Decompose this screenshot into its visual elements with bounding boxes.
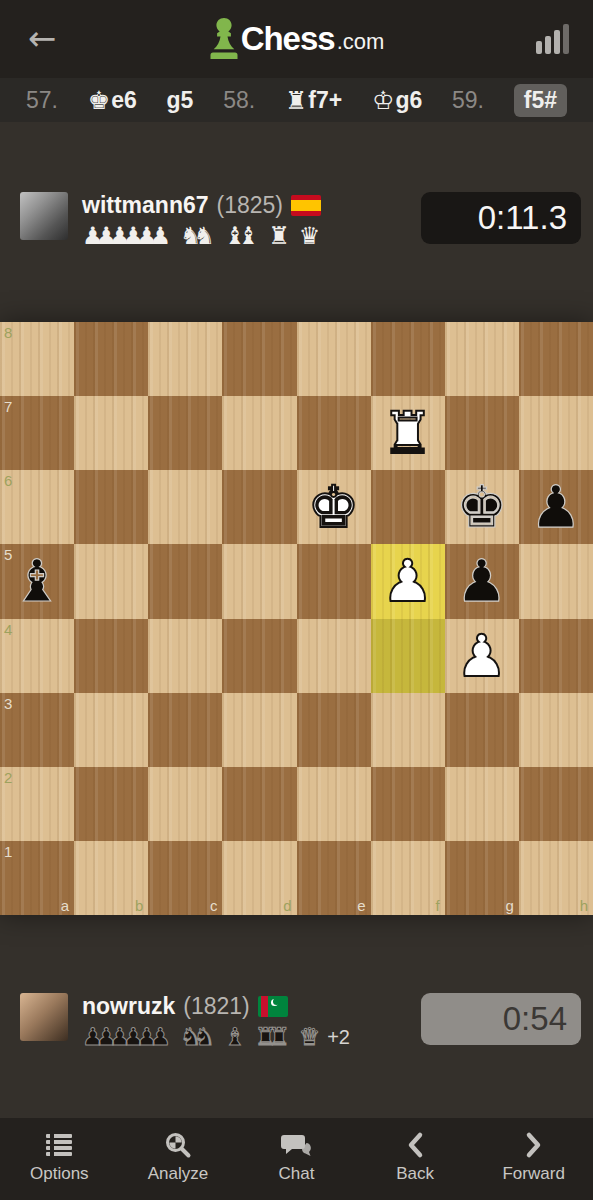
square-h5[interactable]: [519, 544, 593, 618]
piece-black-king-g6[interactable]: ♚: [456, 470, 508, 544]
rank-label-6: 6: [4, 472, 12, 489]
file-label-g: g: [506, 897, 514, 914]
square-d2[interactable]: [222, 767, 296, 841]
material-score: +2: [327, 1024, 350, 1050]
square-e3[interactable]: [297, 693, 371, 767]
move-item-f5[interactable]: f5#: [514, 84, 567, 117]
square-c3[interactable]: [148, 693, 222, 767]
rank-label-4: 4: [4, 621, 12, 638]
square-c7[interactable]: [148, 396, 222, 470]
rank-label-7: 7: [4, 398, 12, 415]
player-section-black: wittmann67 (1825) ♟♟♟♟♟♟♞♞♝♝♜♛ 0:11.3: [0, 122, 593, 322]
rank-label-8: 8: [4, 324, 12, 341]
square-f5[interactable]: ♟: [371, 544, 445, 618]
square-b2[interactable]: [74, 767, 148, 841]
move-item-e6[interactable]: ♚e6: [88, 86, 137, 115]
move-list: 57.♚e6g558.♜f7+♔g659.f5#: [0, 78, 593, 122]
square-a1[interactable]: 1a: [0, 841, 74, 915]
square-g7[interactable]: [445, 396, 519, 470]
square-a6[interactable]: 6: [0, 470, 74, 544]
captured-group: ♟♟♟♟♟♟: [82, 1024, 171, 1050]
player-rating-white: (1821): [183, 993, 249, 1020]
piece-white-pawn-g4[interactable]: ♟: [456, 619, 508, 693]
square-a8[interactable]: 8: [0, 322, 74, 396]
square-a5[interactable]: 5♝: [0, 544, 74, 618]
player-avatar-black[interactable]: [20, 192, 68, 240]
file-label-h: h: [580, 897, 588, 914]
square-d5[interactable]: [222, 544, 296, 618]
square-g5[interactable]: ♟: [445, 544, 519, 618]
back-move-button[interactable]: Back: [356, 1118, 475, 1200]
player-avatar-white[interactable]: [20, 993, 68, 1041]
options-label: Options: [30, 1164, 89, 1184]
chevron-right-icon: [525, 1130, 543, 1160]
square-h6[interactable]: ♟: [519, 470, 593, 544]
piece-white-rook-f7[interactable]: ♜: [382, 396, 434, 470]
chess-board: 87♜6♚♚♟5♝♟♟4♟321abcdefgh: [0, 322, 593, 915]
player-name-black[interactable]: wittmann67: [82, 192, 209, 219]
square-h4[interactable]: [519, 619, 593, 693]
square-c2[interactable]: [148, 767, 222, 841]
captured-group: ♞♞: [180, 223, 215, 249]
file-label-d: d: [283, 897, 291, 914]
captured-group: ♜: [268, 223, 290, 249]
square-g3[interactable]: [445, 693, 519, 767]
square-e8[interactable]: [297, 322, 371, 396]
forward-move-button[interactable]: Forward: [474, 1118, 593, 1200]
square-b6[interactable]: [74, 470, 148, 544]
logo-text-chess: Chess: [241, 20, 335, 58]
square-b3[interactable]: [74, 693, 148, 767]
analyze-button[interactable]: Analyze: [119, 1118, 238, 1200]
piece-black-bishop-a5[interactable]: ♝: [11, 544, 63, 618]
captured-group: ♟♟♟♟♟♟: [82, 223, 171, 249]
square-h3[interactable]: [519, 693, 593, 767]
square-d6[interactable]: [222, 470, 296, 544]
square-e5[interactable]: [297, 544, 371, 618]
clock-white: 0:54: [421, 993, 581, 1045]
top-nav-bar: ← Chess .com: [0, 0, 593, 78]
square-h2[interactable]: [519, 767, 593, 841]
logo-pawn-icon: [209, 16, 239, 62]
bottom-toolbar: Options Analyze Chat: [0, 1118, 593, 1200]
square-f7[interactable]: ♜: [371, 396, 445, 470]
file-label-f: f: [436, 897, 440, 914]
analyze-label: Analyze: [148, 1164, 208, 1184]
square-a4[interactable]: 4: [0, 619, 74, 693]
chat-bubbles-icon: [281, 1130, 311, 1160]
square-a2[interactable]: 2: [0, 767, 74, 841]
square-f2[interactable]: [371, 767, 445, 841]
forward-label: Forward: [502, 1164, 564, 1184]
chevron-left-icon: [406, 1130, 424, 1160]
captured-group: ♞♞: [180, 1024, 215, 1050]
square-g1[interactable]: g: [445, 841, 519, 915]
square-f4[interactable]: [371, 619, 445, 693]
figurine-icon: ♜: [285, 86, 307, 115]
rank-label-3: 3: [4, 695, 12, 712]
square-b1[interactable]: b: [74, 841, 148, 915]
rank-label-2: 2: [4, 769, 12, 786]
square-b7[interactable]: [74, 396, 148, 470]
connection-signal-icon: [536, 24, 569, 54]
chesscom-logo: Chess .com: [0, 0, 593, 78]
captured-group: ♝♝: [224, 223, 259, 249]
square-e6[interactable]: ♚: [297, 470, 371, 544]
captured-group: ♛: [299, 223, 321, 249]
piece-black-pawn-h6[interactable]: ♟: [530, 470, 582, 544]
file-label-e: e: [357, 897, 365, 914]
square-d3[interactable]: [222, 693, 296, 767]
analyze-magnifier-icon: [164, 1130, 192, 1160]
square-c6[interactable]: [148, 470, 222, 544]
square-d1[interactable]: d: [222, 841, 296, 915]
square-b4[interactable]: [74, 619, 148, 693]
move-item-f7[interactable]: ♜f7+: [285, 86, 342, 115]
square-h8[interactable]: [519, 322, 593, 396]
piece-white-pawn-f5[interactable]: ♟: [382, 544, 434, 618]
square-f8[interactable]: [371, 322, 445, 396]
square-d7[interactable]: [222, 396, 296, 470]
rank-label-5: 5: [4, 546, 12, 563]
player-name-white[interactable]: nowruzk: [82, 993, 175, 1020]
captured-group: ♛: [299, 1024, 321, 1050]
square-g2[interactable]: [445, 767, 519, 841]
square-c1[interactable]: c: [148, 841, 222, 915]
back-label: Back: [396, 1164, 434, 1184]
square-a7[interactable]: 7: [0, 396, 74, 470]
piece-black-pawn-g5[interactable]: ♟: [456, 544, 508, 618]
square-c8[interactable]: [148, 322, 222, 396]
square-a3[interactable]: 3: [0, 693, 74, 767]
chat-label: Chat: [279, 1164, 315, 1184]
spain-flag-icon: [291, 195, 321, 216]
square-c4[interactable]: [148, 619, 222, 693]
square-e2[interactable]: [297, 767, 371, 841]
square-g4[interactable]: ♟: [445, 619, 519, 693]
square-g8[interactable]: [445, 322, 519, 396]
move-item-g6[interactable]: ♔g6: [372, 86, 422, 115]
piece-white-king-e6[interactable]: ♚: [308, 470, 360, 544]
square-e7[interactable]: [297, 396, 371, 470]
square-h1[interactable]: h: [519, 841, 593, 915]
player-rating-black: (1825): [217, 192, 283, 219]
rank-label-1: 1: [4, 843, 12, 860]
logo-text-com: .com: [337, 29, 385, 55]
figurine-icon: ♚: [88, 86, 110, 115]
file-label-b: b: [135, 897, 143, 914]
move-number: 58.: [223, 87, 255, 114]
captured-group: ♝: [224, 1024, 246, 1050]
square-b8[interactable]: [74, 322, 148, 396]
captured-group: ♜♜: [255, 1024, 290, 1050]
turkmenistan-flag-icon: [258, 996, 288, 1017]
square-g6[interactable]: ♚: [445, 470, 519, 544]
clock-black: 0:11.3: [421, 192, 581, 244]
options-list-icon: [46, 1130, 72, 1160]
file-label-c: c: [210, 897, 218, 914]
chat-button[interactable]: Chat: [237, 1118, 356, 1200]
square-c5[interactable]: [148, 544, 222, 618]
square-h7[interactable]: [519, 396, 593, 470]
captured-pieces-white: ♟♟♟♟♟♟♞♞♝♜♜♛+2: [82, 1024, 350, 1050]
square-f3[interactable]: [371, 693, 445, 767]
square-d4[interactable]: [222, 619, 296, 693]
chess-app: ← Chess .com 57.♚e6g558.♜f7+♔g659.f5# wi…: [0, 0, 593, 1200]
captured-pieces-black: ♟♟♟♟♟♟♞♞♝♝♜♛: [82, 223, 321, 249]
player-section-white: nowruzk (1821) ♟♟♟♟♟♟♞♞♝♜♜♛+2 0:54: [0, 915, 593, 1118]
move-number: 57.: [26, 87, 58, 114]
square-f6[interactable]: [371, 470, 445, 544]
square-b5[interactable]: [74, 544, 148, 618]
figurine-icon: ♔: [372, 86, 394, 115]
square-d8[interactable]: [222, 322, 296, 396]
square-e1[interactable]: e: [297, 841, 371, 915]
square-f1[interactable]: f: [371, 841, 445, 915]
move-item-g5[interactable]: g5: [167, 87, 194, 114]
file-label-a: a: [61, 897, 69, 914]
move-number: 59.: [452, 87, 484, 114]
options-button[interactable]: Options: [0, 1118, 119, 1200]
square-e4[interactable]: [297, 619, 371, 693]
